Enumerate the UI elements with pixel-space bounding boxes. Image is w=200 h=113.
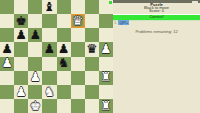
piece-white-king[interactable]: ♚ (30, 100, 41, 113)
square-g8[interactable] (85, 0, 99, 14)
square-f2[interactable] (71, 85, 85, 99)
piece-black-king[interactable]: ♚ (16, 15, 27, 28)
square-a4[interactable]: ♟ (0, 57, 14, 71)
square-f5[interactable] (71, 42, 85, 56)
square-g1[interactable] (85, 99, 99, 113)
piece-black-knight[interactable]: ♞ (58, 57, 69, 70)
square-d8[interactable]: ♝ (42, 0, 56, 14)
square-e4[interactable]: ♞ (57, 57, 71, 71)
titlebar-button-icon[interactable] (192, 1, 198, 3)
square-f1[interactable] (71, 99, 85, 113)
feedback-label: Correct! (149, 15, 163, 19)
square-e7[interactable] (57, 14, 71, 28)
square-b4[interactable] (14, 57, 28, 71)
piece-black-bishop[interactable]: ♝ (44, 1, 55, 14)
square-g2[interactable] (85, 85, 99, 99)
piece-white-queen[interactable]: ♛ (72, 15, 83, 28)
piece-white-rook[interactable]: ♜ (100, 100, 111, 113)
square-d1[interactable] (42, 99, 56, 113)
square-g7[interactable] (85, 14, 99, 28)
square-e2[interactable] (57, 85, 71, 99)
square-g5[interactable]: ♛ (85, 42, 99, 56)
square-b8[interactable] (14, 0, 28, 14)
square-a3[interactable] (0, 71, 14, 85)
piece-black-pawn[interactable]: ♟ (58, 43, 69, 56)
piece-white-rook[interactable]: ♜ (100, 71, 111, 84)
square-h7[interactable] (99, 14, 113, 28)
indicator-dot-icon (109, 1, 112, 4)
score-label: Score: 0 (113, 9, 200, 12)
chess-puzzle-app: ♝♚♛♟♟♟♟♟♛♟♟♞♟♜♟♞♚♜ Puzzle Black to move … (0, 0, 200, 113)
chess-board[interactable]: ♝♚♛♟♟♟♟♟♛♟♟♞♟♜♟♞♚♜ (0, 0, 113, 113)
move-list[interactable]: 1. Qf7+ (113, 21, 200, 25)
piece-black-pawn[interactable]: ♟ (1, 43, 12, 56)
move-number: 1. (114, 20, 117, 25)
square-d5[interactable]: ♟ (42, 42, 56, 56)
problems-remaining-message: Problems remaining: 12 (113, 30, 200, 34)
square-a8[interactable] (0, 0, 14, 14)
piece-black-queen[interactable]: ♛ (86, 43, 97, 56)
square-e3[interactable] (57, 71, 71, 85)
square-c3[interactable]: ♟ (28, 71, 42, 85)
square-f4[interactable] (71, 57, 85, 71)
current-move[interactable]: Qf7+ (118, 20, 129, 25)
piece-white-pawn[interactable]: ♟ (16, 86, 27, 99)
square-d3[interactable] (42, 71, 56, 85)
piece-white-knight[interactable]: ♞ (44, 86, 55, 99)
square-f3[interactable] (71, 71, 85, 85)
square-h3[interactable]: ♜ (99, 71, 113, 85)
square-c6[interactable]: ♟ (28, 28, 42, 42)
square-c5[interactable] (28, 42, 42, 56)
piece-white-pawn[interactable]: ♟ (100, 43, 111, 56)
panel-titlebar (113, 0, 200, 3)
square-h2[interactable] (99, 85, 113, 99)
piece-white-pawn[interactable]: ♟ (30, 71, 41, 84)
square-c8[interactable] (28, 0, 42, 14)
piece-black-pawn[interactable]: ♟ (16, 29, 27, 42)
square-f6[interactable] (71, 28, 85, 42)
square-f8[interactable] (71, 0, 85, 14)
piece-white-pawn[interactable]: ♟ (1, 57, 12, 70)
square-a2[interactable] (0, 85, 14, 99)
square-b6[interactable]: ♟ (14, 28, 28, 42)
square-b3[interactable] (14, 71, 28, 85)
square-h1[interactable]: ♜ (99, 99, 113, 113)
square-e1[interactable] (57, 99, 71, 113)
square-d7[interactable] (42, 14, 56, 28)
square-b1[interactable] (14, 99, 28, 113)
square-g4[interactable] (85, 57, 99, 71)
square-c1[interactable]: ♚ (28, 99, 42, 113)
side-panel: Puzzle Black to move Score: 0 Correct! 1… (113, 0, 200, 113)
square-e8[interactable] (57, 0, 71, 14)
square-d2[interactable]: ♞ (42, 85, 56, 99)
square-a1[interactable] (0, 99, 14, 113)
square-b2[interactable]: ♟ (14, 85, 28, 99)
square-g3[interactable] (85, 71, 99, 85)
square-h5[interactable]: ♟ (99, 42, 113, 56)
piece-black-pawn[interactable]: ♟ (44, 43, 55, 56)
square-a7[interactable] (0, 14, 14, 28)
square-b5[interactable] (14, 42, 28, 56)
square-c2[interactable] (28, 85, 42, 99)
square-h8[interactable] (99, 0, 113, 14)
square-d4[interactable] (42, 57, 56, 71)
piece-black-pawn[interactable]: ♟ (30, 29, 41, 42)
square-f7[interactable]: ♛ (71, 14, 85, 28)
